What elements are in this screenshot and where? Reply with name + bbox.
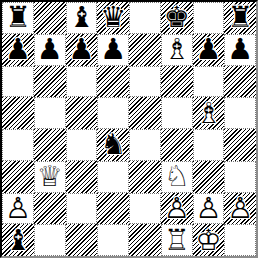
- square-c5[interactable]: [66, 97, 98, 129]
- square-g7[interactable]: ♟: [193, 34, 225, 66]
- square-g5[interactable]: ♝♗: [193, 97, 225, 129]
- white-bishop: ♝♗: [193, 97, 225, 129]
- square-f4[interactable]: [161, 129, 193, 161]
- square-b8[interactable]: [34, 2, 66, 34]
- square-d3[interactable]: [97, 161, 129, 193]
- square-g3[interactable]: [193, 161, 225, 193]
- square-g4[interactable]: [193, 129, 225, 161]
- square-b2[interactable]: [34, 193, 66, 225]
- square-a7[interactable]: ♟: [2, 34, 34, 66]
- square-b7[interactable]: ♟: [34, 34, 66, 66]
- square-d6[interactable]: [97, 66, 129, 98]
- square-f1[interactable]: ♜♖: [161, 224, 193, 256]
- square-d7[interactable]: ♟: [97, 34, 129, 66]
- white-pawn: ♟♙: [3, 194, 33, 224]
- square-a8[interactable]: ♜: [2, 2, 34, 34]
- square-d1[interactable]: [97, 224, 129, 256]
- black-pawn: ♟: [193, 34, 225, 66]
- black-king: ♚: [161, 2, 193, 34]
- black-bishop: ♝: [2, 224, 34, 256]
- square-c3[interactable]: [66, 161, 98, 193]
- square-f8[interactable]: ♚: [161, 2, 193, 34]
- square-h1[interactable]: [224, 224, 256, 256]
- square-f6[interactable]: [161, 66, 193, 98]
- black-knight: ♞: [97, 129, 129, 161]
- square-b1[interactable]: [34, 224, 66, 256]
- square-d4[interactable]: ♞: [97, 129, 129, 161]
- square-e4[interactable]: [129, 129, 161, 161]
- square-h4[interactable]: [224, 129, 256, 161]
- square-h7[interactable]: ♟: [224, 34, 256, 66]
- square-e3[interactable]: [129, 161, 161, 193]
- square-c6[interactable]: [66, 66, 98, 98]
- square-f7[interactable]: ♝♗: [161, 34, 193, 66]
- square-d5[interactable]: [97, 97, 129, 129]
- square-h8[interactable]: ♜: [224, 2, 256, 34]
- square-h5[interactable]: [224, 97, 256, 129]
- square-c2[interactable]: [66, 193, 98, 225]
- square-e5[interactable]: [129, 97, 161, 129]
- square-a3[interactable]: [2, 161, 34, 193]
- black-queen: ♛: [97, 2, 129, 34]
- square-a1[interactable]: ♝: [2, 224, 34, 256]
- black-pawn: ♟: [225, 35, 255, 65]
- black-rook: ♜: [224, 2, 256, 34]
- square-b5[interactable]: [34, 97, 66, 129]
- white-queen: ♛♕: [35, 162, 65, 192]
- square-h2[interactable]: ♟♙: [224, 193, 256, 225]
- square-h3[interactable]: [224, 161, 256, 193]
- square-c4[interactable]: [66, 129, 98, 161]
- black-pawn: ♟: [98, 35, 128, 65]
- square-b4[interactable]: [34, 129, 66, 161]
- square-b3[interactable]: ♛♕: [34, 161, 66, 193]
- square-e1[interactable]: [129, 224, 161, 256]
- white-rook: ♜♖: [162, 225, 192, 255]
- white-king: ♚♔: [193, 224, 225, 256]
- square-g8[interactable]: [193, 2, 225, 34]
- square-g6[interactable]: [193, 66, 225, 98]
- square-a2[interactable]: ♟♙: [2, 193, 34, 225]
- white-bishop: ♝♗: [162, 35, 192, 65]
- square-g2[interactable]: ♟♙: [193, 193, 225, 225]
- white-pawn: ♟♙: [161, 193, 193, 225]
- white-knight: ♞♘: [162, 162, 192, 192]
- square-b6[interactable]: [34, 66, 66, 98]
- white-pawn: ♟♙: [194, 194, 224, 224]
- black-pawn: ♟: [35, 35, 65, 65]
- square-d2[interactable]: [97, 193, 129, 225]
- square-a4[interactable]: [2, 129, 34, 161]
- square-e8[interactable]: [129, 2, 161, 34]
- board-grid: ♜♝♛♚♜♟♟♟♟♝♗♟♟♝♗♞♛♕♞♘♟♙♟♙♟♙♟♙♝♜♖♚♔: [2, 2, 256, 256]
- black-rook: ♜: [3, 3, 33, 33]
- black-pawn: ♟: [2, 34, 34, 66]
- square-e6[interactable]: [129, 66, 161, 98]
- chess-diagram: ♜♝♛♚♜♟♟♟♟♝♗♟♟♝♗♞♛♕♞♘♟♙♟♙♟♙♟♙♝♜♖♚♔: [0, 0, 258, 258]
- white-pawn: ♟♙: [224, 193, 256, 225]
- square-c1[interactable]: [66, 224, 98, 256]
- square-a5[interactable]: [2, 97, 34, 129]
- square-a6[interactable]: [2, 66, 34, 98]
- square-g1[interactable]: ♚♔: [193, 224, 225, 256]
- square-f5[interactable]: [161, 97, 193, 129]
- square-d8[interactable]: ♛: [97, 2, 129, 34]
- square-c7[interactable]: ♟: [66, 34, 98, 66]
- square-f3[interactable]: ♞♘: [161, 161, 193, 193]
- square-h6[interactable]: [224, 66, 256, 98]
- square-f2[interactable]: ♟♙: [161, 193, 193, 225]
- black-pawn: ♟: [66, 34, 98, 66]
- black-bishop: ♝: [67, 3, 97, 33]
- square-e7[interactable]: [129, 34, 161, 66]
- square-e2[interactable]: [129, 193, 161, 225]
- square-c8[interactable]: ♝: [66, 2, 98, 34]
